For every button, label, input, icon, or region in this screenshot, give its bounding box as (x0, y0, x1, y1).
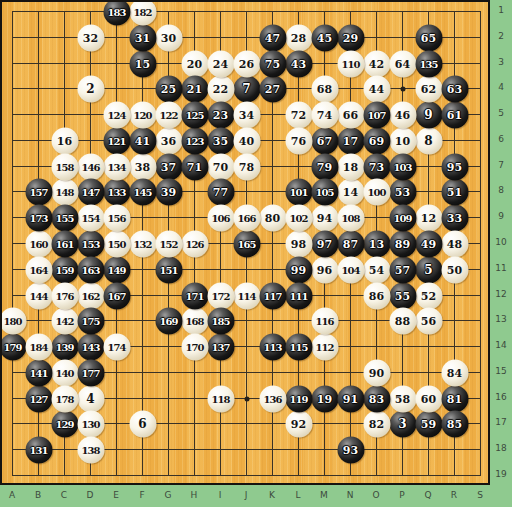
stone-white: 180 (0, 307, 26, 334)
stone-black: 63 (441, 75, 468, 102)
col-label: I (210, 490, 230, 500)
stone-black: 173 (25, 204, 52, 231)
stone-black: 137 (207, 333, 234, 360)
stone-white: 144 (25, 282, 52, 309)
stone-black: 45 (311, 24, 338, 51)
stone-black: 25 (155, 75, 182, 102)
stone-white: 122 (155, 101, 182, 128)
stone-black: 93 (337, 436, 364, 463)
stone-white: 76 (285, 127, 312, 154)
row-label: 14 (490, 340, 512, 350)
stone-white: 64 (389, 50, 416, 77)
stone-black: 125 (181, 101, 208, 128)
stone-black: 145 (129, 178, 156, 205)
stone-white: 4 (77, 385, 104, 412)
stone-black: 29 (337, 24, 364, 51)
stone-black: 123 (181, 127, 208, 154)
stone-white: 100 (363, 178, 390, 205)
stone-black: 151 (155, 256, 182, 283)
stone-black: 79 (311, 153, 338, 180)
stone-white: 116 (311, 307, 338, 334)
stone-white: 154 (77, 204, 104, 231)
stone-black: 55 (389, 282, 416, 309)
stone-white: 36 (155, 127, 182, 154)
stone-white: 130 (77, 410, 104, 437)
stone-black: 155 (51, 204, 78, 231)
stone-white: 54 (363, 256, 390, 283)
stone-white: 50 (441, 256, 468, 283)
col-label: E (106, 490, 126, 500)
stone-white: 26 (233, 50, 260, 77)
stone-white: 150 (103, 230, 130, 257)
stone-black: 77 (207, 178, 234, 205)
stone-black: 65 (415, 24, 442, 51)
row-label: 4 (490, 82, 512, 92)
stone-white: 168 (181, 307, 208, 334)
stone-black: 69 (363, 127, 390, 154)
stone-black: 115 (285, 333, 312, 360)
stone-white: 114 (233, 282, 260, 309)
stone-white: 158 (51, 153, 78, 180)
stone-white: 24 (207, 50, 234, 77)
stone-black: 67 (311, 127, 338, 154)
stone-black: 175 (77, 307, 104, 334)
stone-black: 43 (285, 50, 312, 77)
stone-white: 44 (363, 75, 390, 102)
stone-white: 20 (181, 50, 208, 77)
col-label: P (392, 490, 412, 500)
stone-black: 169 (155, 307, 182, 334)
stone-black: 107 (363, 101, 390, 128)
stone-black: 183 (103, 0, 130, 25)
stone-black: 161 (51, 230, 78, 257)
stone-black: 47 (259, 24, 286, 51)
stone-black: 35 (207, 127, 234, 154)
col-label: D (80, 490, 100, 500)
stone-white: 10 (389, 127, 416, 154)
stone-black: 91 (337, 385, 364, 412)
stone-black: 111 (285, 282, 312, 309)
stone-black: 121 (103, 127, 130, 154)
col-label: J (236, 490, 256, 500)
stone-white: 94 (311, 204, 338, 231)
row-label: 7 (490, 160, 512, 170)
stone-white: 152 (155, 230, 182, 257)
stone-white: 142 (51, 307, 78, 334)
row-label: 19 (490, 469, 512, 479)
stone-white: 162 (77, 282, 104, 309)
row-coordinate-strip: 12345678910111213141516171819 (490, 0, 512, 507)
stone-black: 53 (389, 178, 416, 205)
stone-black: 103 (389, 153, 416, 180)
go-board[interactable]: 2345678910121314151617181920212223242526… (0, 0, 490, 485)
star-point (244, 396, 249, 401)
stone-black: 135 (415, 50, 442, 77)
col-label: S (470, 490, 490, 500)
stone-black: 85 (441, 410, 468, 437)
stone-white: 176 (51, 282, 78, 309)
stone-white: 182 (129, 0, 156, 25)
stone-white: 96 (311, 256, 338, 283)
row-label: 2 (490, 31, 512, 41)
go-game-diagram: 2345678910121314151617181920212223242526… (0, 0, 512, 507)
stone-white: 8 (415, 127, 442, 154)
col-label: F (132, 490, 152, 500)
stone-black: 71 (181, 153, 208, 180)
stone-white: 30 (155, 24, 182, 51)
stone-black: 133 (103, 178, 130, 205)
stone-white: 60 (415, 385, 442, 412)
stone-black: 15 (129, 50, 156, 77)
row-label: 8 (490, 185, 512, 195)
stone-white: 148 (51, 178, 78, 205)
stone-black: 109 (389, 204, 416, 231)
stone-black: 147 (77, 178, 104, 205)
stone-black: 157 (25, 178, 52, 205)
stone-white: 170 (181, 333, 208, 360)
stone-black: 153 (77, 230, 104, 257)
row-label: 3 (490, 57, 512, 67)
stone-white: 40 (233, 127, 260, 154)
stone-white: 38 (129, 153, 156, 180)
stone-black: 57 (389, 256, 416, 283)
stone-black: 129 (51, 410, 78, 437)
stone-black: 37 (155, 153, 182, 180)
stone-black: 113 (259, 333, 286, 360)
stone-black: 61 (441, 101, 468, 128)
stone-black: 87 (337, 230, 364, 257)
stone-black: 13 (363, 230, 390, 257)
stone-white: 2 (77, 75, 104, 102)
stone-white: 46 (389, 101, 416, 128)
stone-white: 126 (181, 230, 208, 257)
col-label: G (158, 490, 178, 500)
stone-white: 6 (129, 410, 156, 437)
row-label: 10 (490, 237, 512, 247)
col-label: R (444, 490, 464, 500)
stone-white: 156 (103, 204, 130, 231)
stone-black: 159 (51, 256, 78, 283)
stone-black: 81 (441, 385, 468, 412)
stone-black: 117 (259, 282, 286, 309)
column-coordinate-strip: ABCDEFGHIJKLMNOPQRS (0, 485, 490, 507)
row-label: 16 (490, 392, 512, 402)
stone-black: 59 (415, 410, 442, 437)
stone-white: 84 (441, 359, 468, 386)
stone-black: 89 (389, 230, 416, 257)
stone-black: 143 (77, 333, 104, 360)
stone-white: 102 (285, 204, 312, 231)
stone-black: 41 (129, 127, 156, 154)
stone-black: 73 (363, 153, 390, 180)
col-label: H (184, 490, 204, 500)
stone-white: 110 (337, 50, 364, 77)
row-label: 11 (490, 263, 512, 273)
col-label: B (28, 490, 48, 500)
stone-white: 118 (207, 385, 234, 412)
stone-black: 139 (51, 333, 78, 360)
stone-black: 179 (0, 333, 26, 360)
stone-black: 7 (233, 75, 260, 102)
stone-white: 134 (103, 153, 130, 180)
stone-white: 56 (415, 307, 442, 334)
stone-black: 23 (207, 101, 234, 128)
col-label: K (262, 490, 282, 500)
row-label: 1 (490, 5, 512, 15)
stone-black: 95 (441, 153, 468, 180)
stone-black: 33 (441, 204, 468, 231)
stone-black: 165 (233, 230, 260, 257)
stone-white: 68 (311, 75, 338, 102)
stone-white: 160 (25, 230, 52, 257)
col-label: Q (418, 490, 438, 500)
col-label: O (366, 490, 386, 500)
stone-black: 17 (337, 127, 364, 154)
stone-black: 39 (155, 178, 182, 205)
stone-white: 124 (103, 101, 130, 128)
stone-white: 104 (337, 256, 364, 283)
stone-white: 58 (389, 385, 416, 412)
row-label: 9 (490, 211, 512, 221)
stone-white: 80 (259, 204, 286, 231)
stone-white: 42 (363, 50, 390, 77)
stone-white: 28 (285, 24, 312, 51)
stone-black: 105 (311, 178, 338, 205)
col-label: M (314, 490, 334, 500)
stone-white: 78 (233, 153, 260, 180)
stone-black: 185 (207, 307, 234, 334)
row-label: 6 (490, 134, 512, 144)
row-label: 12 (490, 289, 512, 299)
stone-white: 16 (51, 127, 78, 154)
stone-black: 75 (259, 50, 286, 77)
stone-white: 184 (25, 333, 52, 360)
stone-white: 92 (285, 410, 312, 437)
stone-white: 112 (311, 333, 338, 360)
stone-white: 98 (285, 230, 312, 257)
stone-black: 5 (415, 256, 442, 283)
stone-white: 74 (311, 101, 338, 128)
stone-black: 97 (311, 230, 338, 257)
stone-white: 82 (363, 410, 390, 437)
col-label: L (288, 490, 308, 500)
stone-white: 62 (415, 75, 442, 102)
stone-white: 48 (441, 230, 468, 257)
stone-black: 19 (311, 385, 338, 412)
stone-white: 120 (129, 101, 156, 128)
stone-white: 138 (77, 436, 104, 463)
stone-black: 177 (77, 359, 104, 386)
stone-black: 149 (103, 256, 130, 283)
col-label: A (2, 490, 22, 500)
stone-black: 171 (181, 282, 208, 309)
stone-black: 141 (25, 359, 52, 386)
stone-white: 172 (207, 282, 234, 309)
stone-white: 12 (415, 204, 442, 231)
row-label: 13 (490, 314, 512, 324)
stone-white: 164 (25, 256, 52, 283)
grid-line (12, 475, 481, 476)
stone-black: 83 (363, 385, 390, 412)
stone-white: 140 (51, 359, 78, 386)
stone-white: 174 (103, 333, 130, 360)
stone-black: 131 (25, 436, 52, 463)
stone-white: 132 (129, 230, 156, 257)
grid-line (480, 11, 481, 476)
stone-white: 136 (259, 385, 286, 412)
stone-white: 52 (415, 282, 442, 309)
stone-black: 127 (25, 385, 52, 412)
stone-black: 3 (389, 410, 416, 437)
stone-black: 51 (441, 178, 468, 205)
stone-black: 21 (181, 75, 208, 102)
stone-black: 101 (285, 178, 312, 205)
stone-white: 178 (51, 385, 78, 412)
stone-black: 49 (415, 230, 442, 257)
star-point (400, 86, 405, 91)
stone-black: 99 (285, 256, 312, 283)
stone-white: 106 (207, 204, 234, 231)
row-label: 15 (490, 366, 512, 376)
stone-white: 22 (207, 75, 234, 102)
stone-black: 167 (103, 282, 130, 309)
col-label: C (54, 490, 74, 500)
stone-black: 31 (129, 24, 156, 51)
stone-white: 34 (233, 101, 260, 128)
stone-white: 18 (337, 153, 364, 180)
stone-black: 163 (77, 256, 104, 283)
stone-white: 66 (337, 101, 364, 128)
stone-white: 70 (207, 153, 234, 180)
stone-white: 108 (337, 204, 364, 231)
stone-white: 32 (77, 24, 104, 51)
row-label: 18 (490, 443, 512, 453)
stone-white: 14 (337, 178, 364, 205)
stone-white: 90 (363, 359, 390, 386)
stone-white: 86 (363, 282, 390, 309)
stone-black: 9 (415, 101, 442, 128)
stone-white: 88 (389, 307, 416, 334)
stone-white: 72 (285, 101, 312, 128)
row-label: 5 (490, 108, 512, 118)
row-label: 17 (490, 417, 512, 427)
col-label: N (340, 490, 360, 500)
stone-black: 27 (259, 75, 286, 102)
stone-white: 166 (233, 204, 260, 231)
stone-white: 146 (77, 153, 104, 180)
stone-black: 119 (285, 385, 312, 412)
